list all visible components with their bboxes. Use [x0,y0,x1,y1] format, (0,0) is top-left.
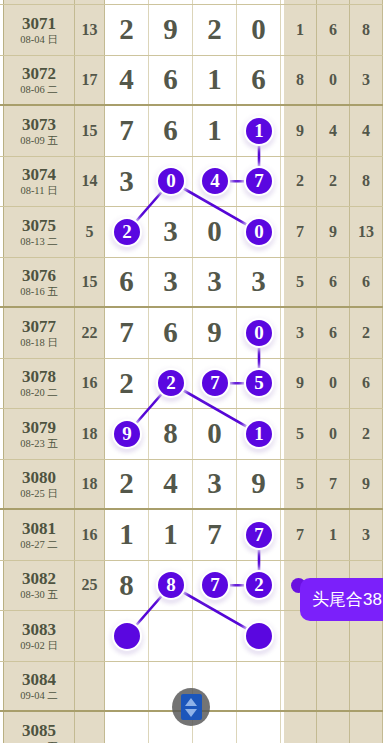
issue-number: 3085 [22,722,56,740]
digit-cell [149,0,193,4]
digit-cell: 4 [105,56,149,105]
issue-cell: 308008-25 日 [3,460,75,509]
digit-cell [105,712,149,743]
draw-date: 09-02 日 [20,640,58,651]
issue-cell: 307908-23 五 [3,409,75,459]
stat-value: 6 [317,308,350,358]
digit-cell: 7 [105,106,149,156]
draw-date: 08-04 日 [20,34,58,45]
draw-date: 08-18 日 [20,337,58,348]
stat-value: 4 [317,106,350,156]
issue-number: 3080 [22,469,56,487]
stat-value: 4 [350,106,383,156]
digit-cell: 2 [193,5,237,55]
stat-value: 2 [350,308,383,358]
circled-digit: 1 [244,419,274,449]
digit-cell: 6 [105,258,149,307]
arrow-up-icon [185,698,197,706]
digit-cell [193,611,237,661]
digit-cell: 6 [149,106,193,156]
stat-value: 5 [284,409,317,459]
issue-cell: 307508-13 二 [3,207,75,257]
stat-value: 0 [317,409,350,459]
digit-cell: 0 [237,5,281,55]
digit-cell: 3 [149,207,193,257]
digit-cell: 3 [193,258,237,307]
digit-cell: 2 [105,460,149,509]
digit-cell: 0 [193,207,237,257]
sum-value: 15 [75,258,105,307]
stat-cell [284,0,317,4]
issue-cell: 307108-04 日 [3,5,75,55]
stat-value: 6 [317,5,350,55]
draw-date: 08-11 日 [20,185,57,196]
stat-value [350,712,383,743]
issue-cell: 308409-04 二 [3,662,75,711]
issue-cell: 307408-11 日 [3,157,75,207]
digit-cell: 6 [149,308,193,358]
digit-cell [149,611,193,661]
issue-number: 3077 [22,318,56,336]
digit-cell: 7 [193,510,237,560]
sum-value: 13 [75,5,105,55]
draw-date: 09-04 二 [20,690,58,701]
draw-date: 08-09 五 [20,135,58,146]
digit-cell: 9 [237,460,281,509]
draw-date: 08-16 五 [20,286,58,297]
draw-date: 08-06 二 [20,84,58,95]
filled-marker [244,621,274,651]
sum-value: 25 [75,561,105,611]
stat-value: 3 [350,56,383,105]
issue-cell: 307608-16 五 [3,258,75,307]
digit-cell: 1 [105,510,149,560]
sum-value [75,712,105,743]
digit-cell: 3 [237,258,281,307]
circled-digit: 9 [112,419,142,449]
sum-value [75,611,105,661]
chart-row-3079: 307908-23 五1880502 [0,409,383,460]
digit-cell: 4 [149,460,193,509]
circled-digit: 0 [244,217,274,247]
chart-row-3077: 307708-18 日22769362 [0,308,383,359]
digit-cell: 8 [105,561,149,611]
digit-cell [237,712,281,743]
digit-cell [105,0,149,4]
issue-number: 3072 [22,65,56,83]
issue-number: 3082 [22,570,56,588]
chart-row-3076: 307608-16 五156333566 [0,258,383,309]
issue-number: 3081 [22,520,56,538]
stat-value: 0 [317,56,350,105]
issue-cell [3,0,75,4]
digit-cell [105,662,149,711]
chart-row-3075: 307508-13 二5307913 [0,207,383,258]
digit-cell: 9 [193,308,237,358]
stat-value: 2 [317,157,350,207]
stat-value: 5 [284,460,317,509]
stat-value: 8 [350,157,383,207]
issue-cell: 307808-20 二 [3,359,75,409]
stat-value: 6 [350,258,383,307]
stat-value [284,712,317,743]
sum-value [75,662,105,711]
issue-number: 3076 [22,267,56,285]
digit-cell: 1 [193,106,237,156]
issue-number: 3079 [22,419,56,437]
stat-value [284,662,317,711]
stat-value: 1 [284,5,317,55]
issue-number: 3071 [22,15,56,33]
stat-value: 8 [284,56,317,105]
stat-value: 9 [284,359,317,409]
stat-value: 7 [317,460,350,509]
stat-value: 9 [350,460,383,509]
stat-value [317,662,350,711]
digit-cell: 0 [193,409,237,459]
chart-row-3080: 308008-25 日182439579 [0,460,383,511]
sum-value: 18 [75,460,105,509]
stat-value: 3 [350,510,383,560]
stat-value: 1 [317,510,350,560]
digit-cell: 3 [105,157,149,207]
up-down-arrows-icon [181,694,202,720]
chart-row-3073: 307308-09 五15761944 [0,106,383,157]
digit-cell: 6 [237,56,281,105]
digit-cell: 1 [193,56,237,105]
chart-row-3071: 307108-04 日132920168 [0,5,383,56]
circled-digit: 7 [244,520,274,550]
stat-value: 7 [284,207,317,257]
digit-cell [237,0,281,4]
digit-cell: 2 [105,359,149,409]
stat-cell [350,0,383,4]
chart-row-3078: 307808-20 二162906 [0,359,383,410]
sum-cell [75,0,105,4]
sum-value: 14 [75,157,105,207]
issue-cell: 308108-27 二 [3,510,75,560]
draw-date: 08-27 二 [20,539,58,550]
head-tail-sum-tooltip: 头尾合38 [300,578,383,621]
stat-value [317,712,350,743]
arrow-down-icon [185,709,197,717]
issue-cell: 307708-18 日 [3,308,75,358]
stat-value: 2 [350,409,383,459]
digit-cell: 8 [149,409,193,459]
issue-number: 3084 [22,671,56,689]
sum-value: 16 [75,510,105,560]
issue-number: 3083 [22,621,56,639]
issue-number: 3073 [22,116,56,134]
digit-cell: 2 [105,5,149,55]
issue-number: 3078 [22,368,56,386]
draw-date: 08-23 五 [20,438,58,449]
issue-cell: 307308-09 五 [3,106,75,156]
scroll-handle-icon[interactable] [172,688,210,726]
stat-value: 7 [284,510,317,560]
chart-row-3072: 307208-06 二174616803 [0,56,383,107]
issue-number: 3074 [22,166,56,184]
draw-date: 08-25 日 [20,488,58,499]
sum-value: 5 [75,207,105,257]
digit-cell [193,0,237,4]
digit-cell: 9 [149,5,193,55]
stat-value: 6 [317,258,350,307]
stat-value: 3 [284,308,317,358]
digit-cell [237,662,281,711]
sum-value: 15 [75,106,105,156]
stat-value: 2 [284,157,317,207]
lottery-trend-chart: 307108-04 日132920168307208-06 二174616803… [0,0,383,743]
draw-date: 08-30 五 [20,589,58,600]
stat-value: 0 [317,359,350,409]
draw-date: 08-20 二 [20,387,58,398]
stat-value: 6 [350,359,383,409]
circled-digit: 0 [244,318,274,348]
stat-value: 9 [317,207,350,257]
digit-cell: 1 [149,510,193,560]
issue-number: 3075 [22,217,56,235]
digit-cell: 7 [105,308,149,358]
issue-cell: 307208-06 二 [3,56,75,105]
sum-value: 18 [75,409,105,459]
sum-value: 22 [75,308,105,358]
issue-cell: 308509-07 五 [3,712,75,743]
digit-cell: 3 [149,258,193,307]
circled-digit: 1 [244,116,274,146]
issue-cell: 308208-30 五 [3,561,75,611]
stat-value: 13 [350,207,383,257]
stat-value: 9 [284,106,317,156]
stat-value [350,662,383,711]
chart-row-3081: 308108-27 二16117713 [0,510,383,561]
chart-row-3074: 307408-11 日143228 [0,157,383,208]
stat-cell [317,0,350,4]
filled-marker [112,621,142,651]
tooltip-label: 头尾合38 [312,588,382,611]
sum-value: 16 [75,359,105,409]
stat-value: 5 [284,258,317,307]
digit-cell: 3 [193,460,237,509]
digit-cell: 6 [149,56,193,105]
stat-value: 8 [350,5,383,55]
circled-digit: 2 [112,217,142,247]
draw-date: 08-13 二 [20,236,58,247]
sum-value: 17 [75,56,105,105]
issue-cell: 308309-02 日 [3,611,75,661]
